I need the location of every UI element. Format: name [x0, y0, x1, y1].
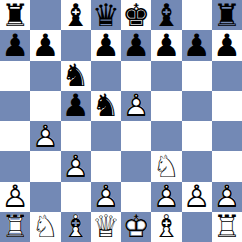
black-rook-fill-icon: ♜ [0, 0, 30, 30]
square-c6[interactable]: ♞ [61, 61, 91, 91]
white-rook-outline-icon: ♖ [0, 212, 30, 242]
square-b8[interactable] [30, 0, 60, 30]
square-c7[interactable] [61, 30, 91, 60]
black-pawn-fill-icon: ♟ [30, 30, 60, 60]
black-pawn-piece[interactable]: ♟ [91, 30, 121, 60]
white-pawn-outline-icon: ♙ [61, 151, 91, 181]
white-king-outline-icon: ♔ [121, 212, 151, 242]
square-b5[interactable] [30, 91, 60, 121]
white-king-piece[interactable]: ♚♔ [121, 212, 151, 242]
square-f4[interactable] [151, 121, 181, 151]
white-queen-outline-icon: ♕ [91, 212, 121, 242]
white-bishop-piece[interactable]: ♝♗ [61, 212, 91, 242]
square-b3[interactable] [30, 151, 60, 181]
square-d2[interactable]: ♟♙ [91, 182, 121, 212]
white-rook-piece[interactable]: ♜♖ [0, 212, 30, 242]
black-knight-fill-icon: ♞ [91, 91, 121, 121]
white-knight-piece[interactable]: ♞♘ [30, 212, 60, 242]
black-pawn-piece[interactable]: ♟ [61, 91, 91, 121]
square-h1[interactable]: ♜♖ [212, 212, 242, 242]
black-king-fill-icon: ♚ [121, 0, 151, 30]
square-e6[interactable] [121, 61, 151, 91]
square-e8[interactable]: ♚ [121, 0, 151, 30]
square-d8[interactable]: ♛ [91, 0, 121, 30]
black-pawn-piece[interactable]: ♟ [151, 30, 181, 60]
square-g1[interactable] [182, 212, 212, 242]
square-f7[interactable]: ♟ [151, 30, 181, 60]
white-knight-outline-icon: ♘ [151, 151, 181, 181]
square-b1[interactable]: ♞♘ [30, 212, 60, 242]
black-pawn-fill-icon: ♟ [91, 30, 121, 60]
black-bishop-fill-icon: ♝ [151, 0, 181, 30]
square-f1[interactable]: ♝♗ [151, 212, 181, 242]
square-a5[interactable] [0, 91, 30, 121]
square-d5[interactable]: ♞ [91, 91, 121, 121]
square-h5[interactable] [212, 91, 242, 121]
white-pawn-outline-icon: ♙ [30, 121, 60, 151]
white-knight-outline-icon: ♘ [30, 212, 60, 242]
white-pawn-piece[interactable]: ♟♙ [30, 121, 60, 151]
square-c2[interactable] [61, 182, 91, 212]
square-h7[interactable]: ♟ [212, 30, 242, 60]
black-knight-fill-icon: ♞ [61, 61, 91, 91]
black-pawn-fill-icon: ♟ [0, 30, 30, 60]
square-h8[interactable]: ♜ [212, 0, 242, 30]
square-a1[interactable]: ♜♖ [0, 212, 30, 242]
white-pawn-piece[interactable]: ♟♙ [212, 182, 242, 212]
white-pawn-piece[interactable]: ♟♙ [121, 91, 151, 121]
white-pawn-outline-icon: ♙ [212, 182, 242, 212]
square-g6[interactable] [182, 61, 212, 91]
square-e7[interactable]: ♟ [121, 30, 151, 60]
black-bishop-piece[interactable]: ♝ [151, 0, 181, 30]
square-a7[interactable]: ♟ [0, 30, 30, 60]
square-e1[interactable]: ♚♔ [121, 212, 151, 242]
square-h3[interactable] [212, 151, 242, 181]
white-pawn-outline-icon: ♙ [151, 182, 181, 212]
square-e5[interactable]: ♟♙ [121, 91, 151, 121]
square-g8[interactable] [182, 0, 212, 30]
square-b7[interactable]: ♟ [30, 30, 60, 60]
white-rook-piece[interactable]: ♜♖ [212, 212, 242, 242]
black-queen-piece[interactable]: ♛ [91, 0, 121, 30]
square-d3[interactable] [91, 151, 121, 181]
black-pawn-piece[interactable]: ♟ [182, 30, 212, 60]
square-d6[interactable] [91, 61, 121, 91]
black-king-piece[interactable]: ♚ [121, 0, 151, 30]
square-a6[interactable] [0, 61, 30, 91]
square-c5[interactable]: ♟ [61, 91, 91, 121]
black-rook-fill-icon: ♜ [212, 0, 242, 30]
square-e3[interactable] [121, 151, 151, 181]
white-pawn-piece[interactable]: ♟♙ [61, 151, 91, 181]
square-a2[interactable]: ♟♙ [0, 182, 30, 212]
white-pawn-outline-icon: ♙ [121, 91, 151, 121]
black-bishop-piece[interactable]: ♝ [61, 0, 91, 30]
black-pawn-fill-icon: ♟ [182, 30, 212, 60]
square-b4[interactable]: ♟♙ [30, 121, 60, 151]
square-c1[interactable]: ♝♗ [61, 212, 91, 242]
white-queen-piece[interactable]: ♛♕ [91, 212, 121, 242]
square-a8[interactable]: ♜ [0, 0, 30, 30]
square-c8[interactable]: ♝ [61, 0, 91, 30]
black-knight-piece[interactable]: ♞ [61, 61, 91, 91]
square-d4[interactable] [91, 121, 121, 151]
white-pawn-piece[interactable]: ♟♙ [91, 182, 121, 212]
white-bishop-outline-icon: ♗ [61, 212, 91, 242]
square-g3[interactable] [182, 151, 212, 181]
black-rook-piece[interactable]: ♜ [212, 0, 242, 30]
white-pawn-piece[interactable]: ♟♙ [0, 182, 30, 212]
square-f2[interactable]: ♟♙ [151, 182, 181, 212]
square-h4[interactable] [212, 121, 242, 151]
square-g7[interactable]: ♟ [182, 30, 212, 60]
square-e4[interactable] [121, 121, 151, 151]
square-b2[interactable] [30, 182, 60, 212]
black-pawn-piece[interactable]: ♟ [212, 30, 242, 60]
square-a4[interactable] [0, 121, 30, 151]
white-rook-outline-icon: ♖ [212, 212, 242, 242]
square-g4[interactable] [182, 121, 212, 151]
black-pawn-piece[interactable]: ♟ [121, 30, 151, 60]
white-knight-piece[interactable]: ♞♘ [151, 151, 181, 181]
white-bishop-piece[interactable]: ♝♗ [151, 212, 181, 242]
square-f8[interactable]: ♝ [151, 0, 181, 30]
black-bishop-fill-icon: ♝ [61, 0, 91, 30]
black-pawn-fill-icon: ♟ [212, 30, 242, 60]
black-pawn-piece[interactable]: ♟ [30, 30, 60, 60]
white-pawn-outline-icon: ♙ [0, 182, 30, 212]
white-pawn-outline-icon: ♙ [91, 182, 121, 212]
square-g2[interactable]: ♟♙ [182, 182, 212, 212]
square-f6[interactable] [151, 61, 181, 91]
square-h2[interactable]: ♟♙ [212, 182, 242, 212]
black-queen-fill-icon: ♛ [91, 0, 121, 30]
square-h6[interactable] [212, 61, 242, 91]
white-bishop-outline-icon: ♗ [151, 212, 181, 242]
black-pawn-fill-icon: ♟ [61, 91, 91, 121]
square-a3[interactable] [0, 151, 30, 181]
black-pawn-piece[interactable]: ♟ [0, 30, 30, 60]
square-c4[interactable] [61, 121, 91, 151]
square-d7[interactable]: ♟ [91, 30, 121, 60]
square-g5[interactable] [182, 91, 212, 121]
white-pawn-piece[interactable]: ♟♙ [151, 182, 181, 212]
square-f3[interactable]: ♞♘ [151, 151, 181, 181]
black-rook-piece[interactable]: ♜ [0, 0, 30, 30]
black-pawn-fill-icon: ♟ [121, 30, 151, 60]
square-f5[interactable] [151, 91, 181, 121]
white-pawn-piece[interactable]: ♟♙ [182, 182, 212, 212]
square-b6[interactable] [30, 61, 60, 91]
chess-board: ♜♝♛♚♝♜♟♟♟♟♟♟♟♞♟♞♟♙♟♙♟♙♞♘♟♙♟♙♟♙♟♙♟♙♜♖♞♘♝♗… [0, 0, 242, 242]
square-c3[interactable]: ♟♙ [61, 151, 91, 181]
black-pawn-fill-icon: ♟ [151, 30, 181, 60]
black-knight-piece[interactable]: ♞ [91, 91, 121, 121]
square-d1[interactable]: ♛♕ [91, 212, 121, 242]
square-e2[interactable] [121, 182, 151, 212]
white-pawn-outline-icon: ♙ [182, 182, 212, 212]
